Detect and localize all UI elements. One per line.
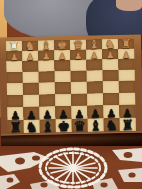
board-square[interactable] [39,82,55,94]
board-square[interactable]: ♟ [70,50,86,60]
board-square[interactable] [55,94,71,106]
lace-doily [0,142,142,189]
board-square[interactable] [103,81,119,93]
board-square[interactable] [70,60,86,71]
board-square[interactable] [54,60,70,71]
chess-piece-N-black[interactable]: ♞ [105,118,118,132]
board-square[interactable]: ♜ [8,120,24,133]
board-square[interactable] [119,93,135,105]
board-square[interactable] [87,70,103,81]
board-square[interactable] [23,95,39,107]
person-hand [116,0,142,11]
board-square[interactable] [103,93,119,105]
chess-piece-K-black[interactable]: ♚ [57,119,70,133]
board-square[interactable] [71,71,87,82]
board-square[interactable]: ♞ [24,120,40,133]
board-square[interactable] [86,59,102,70]
board-square[interactable]: ♚ [54,40,70,50]
board-square[interactable]: ♝ [38,40,54,50]
board-square[interactable]: ♞ [22,41,38,51]
board-square[interactable]: ♟ [23,107,39,120]
board-square[interactable]: ♜ [120,118,136,131]
board-square[interactable]: ♝ [88,118,104,131]
board-square[interactable]: ♟ [55,106,71,119]
board-square[interactable]: ♜ [6,41,22,51]
board-square[interactable] [55,71,71,82]
board-square[interactable] [55,82,71,94]
chess-piece-B-black[interactable]: ♝ [89,118,102,132]
board-square[interactable]: ♜ [118,39,134,49]
board-square[interactable] [23,72,39,83]
board-square[interactable] [71,94,87,106]
board-square[interactable] [102,59,118,70]
board-square[interactable] [23,83,39,95]
board-square[interactable] [39,71,55,82]
board-square[interactable]: ♚ [56,119,72,132]
chess-piece-N-black[interactable]: ♞ [25,120,38,134]
board-square[interactable] [119,81,135,93]
board-square[interactable]: ♟ [102,49,118,59]
board-square[interactable]: ♟ [6,51,22,61]
board-square[interactable]: ♟ [103,105,119,118]
board-square[interactable] [87,81,103,93]
board-square[interactable] [7,72,23,83]
board-square[interactable]: ♞ [102,39,118,49]
board-square[interactable]: ♟ [119,105,135,118]
board-square[interactable]: ♞ [104,118,120,131]
board-square[interactable]: ♟ [86,49,102,59]
board-square[interactable] [87,93,103,105]
board-square[interactable] [119,70,135,81]
board-square[interactable] [7,83,23,95]
board-square[interactable]: ♟ [118,49,134,59]
board-square[interactable] [39,94,55,106]
board-square[interactable]: ♟ [38,50,54,60]
board-square[interactable] [118,59,134,70]
board-square[interactable]: ♟ [22,51,38,61]
board-square[interactable]: ♟ [7,107,23,120]
board-square[interactable] [71,82,87,94]
board-square[interactable] [103,70,119,81]
board-square[interactable] [38,60,54,71]
chess-piece-R-black[interactable]: ♜ [121,118,134,132]
board-square[interactable]: ♝ [86,39,102,49]
chess-piece-Q-black[interactable]: ♛ [73,119,86,133]
board-square[interactable]: ♝ [40,119,56,132]
photo-scene: ♜♞♝♚♛♝♞♜♟♟♟♟♟♟♟♟♟♟♟♟♟♟♟♟♜♞♝♚♛♝♞♜ [0,0,142,189]
board-square[interactable]: ♛ [70,40,86,50]
board-square[interactable] [22,61,38,72]
board-square[interactable]: ♛ [72,119,88,132]
board-square[interactable] [7,95,23,107]
board-square[interactable]: ♟ [39,106,55,119]
board-square[interactable]: ♟ [87,105,103,118]
board-square[interactable]: ♟ [54,50,70,60]
chess-piece-B-black[interactable]: ♝ [41,119,54,133]
board-square[interactable] [6,61,22,72]
board-square[interactable]: ♟ [71,106,87,119]
chess-board: ♜♞♝♚♛♝♞♜♟♟♟♟♟♟♟♟♟♟♟♟♟♟♟♟♜♞♝♚♛♝♞♜ [0,35,142,150]
board-grid: ♜♞♝♚♛♝♞♜♟♟♟♟♟♟♟♟♟♟♟♟♟♟♟♟♜♞♝♚♛♝♞♜ [6,39,136,134]
chess-piece-R-black[interactable]: ♜ [9,120,22,134]
